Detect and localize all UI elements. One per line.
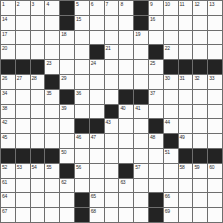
black-square	[149, 45, 163, 59]
black-square	[208, 149, 222, 163]
white-cell[interactable]: 20	[1, 45, 15, 59]
white-cell[interactable]	[149, 105, 163, 119]
clue-number: 37	[150, 90, 155, 96]
white-cell[interactable]: 12	[193, 1, 207, 15]
white-cell[interactable]	[134, 149, 148, 163]
clue-number: 22	[165, 45, 170, 51]
white-cell[interactable]	[208, 31, 222, 45]
black-square	[90, 45, 104, 59]
crossword-board: 1234567891011121314151617181920212223242…	[0, 0, 223, 223]
black-square	[134, 90, 148, 104]
white-cell[interactable]	[119, 193, 133, 207]
clue-number: 35	[46, 90, 51, 96]
white-cell[interactable]: 59	[193, 164, 207, 178]
white-cell[interactable]: 5	[75, 1, 89, 15]
clue-number: 5	[76, 1, 78, 7]
white-cell[interactable]: 19	[134, 31, 148, 45]
clue-number: 30	[165, 75, 170, 81]
white-cell[interactable]: 54	[31, 164, 45, 178]
white-cell[interactable]	[119, 149, 133, 163]
white-cell[interactable]	[90, 105, 104, 119]
white-cell[interactable]	[134, 75, 148, 89]
white-cell[interactable]	[90, 90, 104, 104]
white-cell[interactable]	[119, 208, 133, 222]
clue-number: 4	[46, 1, 48, 7]
white-cell[interactable]: 2	[16, 1, 30, 15]
white-cell[interactable]	[149, 179, 163, 193]
white-cell[interactable]	[31, 179, 45, 193]
white-cell[interactable]	[105, 16, 119, 30]
white-cell[interactable]	[45, 105, 59, 119]
black-square	[164, 134, 178, 148]
white-cell[interactable]	[119, 134, 133, 148]
clue-number: 3	[32, 1, 34, 7]
white-cell[interactable]	[193, 105, 207, 119]
black-square	[31, 149, 45, 163]
clue-number: 7	[106, 1, 108, 7]
black-square	[208, 60, 222, 74]
white-cell[interactable]	[31, 45, 45, 59]
clue-number: 67	[2, 208, 7, 214]
black-square	[60, 164, 74, 178]
white-cell[interactable]	[16, 208, 30, 222]
clue-number: 19	[135, 31, 140, 37]
clue-number: 60	[209, 164, 214, 170]
clue-number: 54	[32, 164, 37, 170]
white-cell[interactable]	[75, 75, 89, 89]
white-cell[interactable]	[193, 16, 207, 30]
clue-number: 24	[91, 60, 96, 66]
white-cell[interactable]	[208, 134, 222, 148]
white-cell[interactable]	[208, 90, 222, 104]
white-cell[interactable]	[149, 75, 163, 89]
white-cell[interactable]: 3	[31, 1, 45, 15]
black-square	[134, 1, 148, 15]
clue-number: 17	[2, 31, 7, 37]
clue-number: 12	[194, 1, 199, 7]
white-cell[interactable]	[149, 149, 163, 163]
white-cell[interactable]: 26	[1, 75, 15, 89]
white-cell[interactable]	[45, 119, 59, 133]
black-square	[75, 119, 89, 133]
white-cell[interactable]	[208, 16, 222, 30]
white-cell[interactable]	[90, 75, 104, 89]
black-square	[16, 149, 30, 163]
white-cell[interactable]	[208, 193, 222, 207]
white-cell[interactable]	[16, 31, 30, 45]
clue-number: 56	[76, 164, 81, 170]
clue-number: 59	[194, 164, 199, 170]
white-cell[interactable]	[31, 31, 45, 45]
clue-number: 20	[2, 45, 7, 51]
clue-number: 51	[165, 149, 170, 155]
clue-number: 69	[165, 208, 170, 214]
white-cell[interactable]: 45	[1, 134, 15, 148]
white-cell[interactable]: 23	[45, 60, 59, 74]
clue-number: 52	[2, 164, 7, 170]
white-cell[interactable]	[60, 45, 74, 59]
white-cell[interactable]: 65	[90, 193, 104, 207]
white-cell[interactable]: 57	[134, 164, 148, 178]
white-cell[interactable]	[164, 105, 178, 119]
white-cell[interactable]	[119, 60, 133, 74]
white-cell[interactable]	[45, 193, 59, 207]
white-cell[interactable]: 21	[105, 45, 119, 59]
white-cell[interactable]	[31, 193, 45, 207]
white-cell[interactable]	[16, 105, 30, 119]
white-cell[interactable]	[208, 119, 222, 133]
white-cell[interactable]	[179, 208, 193, 222]
white-cell[interactable]	[193, 45, 207, 59]
white-cell[interactable]: 18	[60, 31, 74, 45]
clue-number: 11	[180, 1, 185, 7]
white-cell[interactable]	[45, 134, 59, 148]
white-cell[interactable]: 22	[164, 45, 178, 59]
white-cell[interactable]: 11	[179, 1, 193, 15]
white-cell[interactable]: 46	[75, 134, 89, 148]
clue-number: 16	[150, 16, 155, 22]
white-cell[interactable]	[208, 105, 222, 119]
black-square	[134, 16, 148, 30]
clue-number: 50	[61, 149, 66, 155]
black-square	[105, 105, 119, 119]
white-cell[interactable]: 66	[164, 193, 178, 207]
clue-number: 53	[17, 164, 22, 170]
clue-number: 61	[2, 179, 7, 185]
white-cell[interactable]: 16	[149, 16, 163, 30]
white-cell[interactable]: 14	[1, 16, 15, 30]
clue-number: 14	[2, 16, 7, 22]
white-cell[interactable]	[60, 134, 74, 148]
black-square	[119, 164, 133, 178]
black-square	[193, 149, 207, 163]
white-cell[interactable]: 38	[1, 105, 15, 119]
white-cell[interactable]	[105, 90, 119, 104]
clue-number: 28	[32, 75, 37, 81]
white-cell[interactable]	[60, 119, 74, 133]
white-cell[interactable]: 61	[1, 179, 15, 193]
clue-number: 58	[180, 164, 185, 170]
white-cell[interactable]	[90, 31, 104, 45]
white-cell[interactable]	[31, 105, 45, 119]
black-square	[45, 149, 59, 163]
white-cell[interactable]	[193, 193, 207, 207]
white-cell[interactable]: 17	[1, 31, 15, 45]
clue-number: 26	[2, 75, 7, 81]
white-cell[interactable]	[75, 105, 89, 119]
white-cell[interactable]	[31, 119, 45, 133]
white-cell[interactable]	[60, 193, 74, 207]
white-cell[interactable]	[105, 208, 119, 222]
clue-number: 47	[91, 134, 96, 140]
white-cell[interactable]	[16, 134, 30, 148]
black-square	[1, 60, 15, 74]
white-cell[interactable]	[31, 16, 45, 30]
black-square	[149, 193, 163, 207]
white-cell[interactable]	[105, 149, 119, 163]
white-cell[interactable]: 40	[119, 105, 133, 119]
white-cell[interactable]: 62	[60, 179, 74, 193]
white-cell[interactable]	[60, 208, 74, 222]
white-cell[interactable]: 7	[105, 1, 119, 15]
white-cell[interactable]	[119, 119, 133, 133]
white-cell[interactable]	[119, 45, 133, 59]
clue-number: 8	[120, 1, 122, 7]
white-cell[interactable]	[179, 105, 193, 119]
white-cell[interactable]	[193, 208, 207, 222]
clue-number: 66	[165, 193, 170, 199]
white-cell[interactable]	[45, 45, 59, 59]
white-cell[interactable]	[90, 179, 104, 193]
crossword-puzzle: 1234567891011121314151617181920212223242…	[0, 0, 223, 223]
white-cell[interactable]: 41	[134, 105, 148, 119]
clue-number: 44	[165, 119, 170, 125]
white-cell[interactable]: 10	[164, 1, 178, 15]
white-cell[interactable]: 27	[16, 75, 30, 89]
white-cell[interactable]	[134, 193, 148, 207]
white-cell[interactable]: 31	[179, 75, 193, 89]
white-cell[interactable]: 50	[60, 149, 74, 163]
clue-number: 40	[120, 105, 125, 111]
clue-number: 65	[91, 193, 96, 199]
clue-number: 46	[76, 134, 81, 140]
white-cell[interactable]: 49	[179, 134, 193, 148]
clue-number: 45	[2, 134, 7, 140]
black-square	[45, 75, 59, 89]
white-cell[interactable]	[16, 45, 30, 59]
white-cell[interactable]: 69	[164, 208, 178, 222]
white-cell[interactable]: 1	[1, 1, 15, 15]
white-cell[interactable]: 58	[179, 164, 193, 178]
clue-number: 43	[106, 119, 111, 125]
white-cell[interactable]	[179, 16, 193, 30]
white-cell[interactable]	[119, 75, 133, 89]
white-cell[interactable]	[75, 149, 89, 163]
white-cell[interactable]	[105, 193, 119, 207]
white-cell[interactable]	[45, 208, 59, 222]
white-cell[interactable]	[119, 16, 133, 30]
white-cell[interactable]	[208, 179, 222, 193]
white-cell[interactable]	[179, 119, 193, 133]
white-cell[interactable]	[179, 179, 193, 193]
white-cell[interactable]	[208, 208, 222, 222]
white-cell[interactable]	[149, 164, 163, 178]
white-cell[interactable]: 8	[119, 1, 133, 15]
white-cell[interactable]	[75, 60, 89, 74]
white-cell[interactable]	[134, 208, 148, 222]
black-square	[164, 60, 178, 74]
white-cell[interactable]: 30	[164, 75, 178, 89]
white-cell[interactable]: 67	[1, 208, 15, 222]
white-cell[interactable]: 60	[208, 164, 222, 178]
white-cell[interactable]: 42	[1, 119, 15, 133]
black-square	[75, 193, 89, 207]
white-cell[interactable]: 53	[16, 164, 30, 178]
clue-number: 23	[46, 60, 51, 66]
white-cell[interactable]	[90, 16, 104, 30]
clue-number: 18	[61, 31, 66, 37]
black-square	[90, 119, 104, 133]
white-cell[interactable]: 64	[1, 193, 15, 207]
white-cell[interactable]	[164, 179, 178, 193]
clue-number: 34	[2, 90, 7, 96]
white-cell[interactable]	[16, 193, 30, 207]
white-cell[interactable]: 37	[149, 90, 163, 104]
white-cell[interactable]	[105, 179, 119, 193]
clue-number: 63	[120, 179, 125, 185]
clue-number: 25	[150, 60, 155, 66]
white-cell[interactable]: 63	[119, 179, 133, 193]
white-cell[interactable]: 25	[149, 60, 163, 74]
white-cell[interactable]: 28	[31, 75, 45, 89]
white-cell[interactable]	[16, 90, 30, 104]
white-cell[interactable]: 47	[90, 134, 104, 148]
white-cell[interactable]	[179, 90, 193, 104]
clue-number: 41	[135, 105, 140, 111]
white-cell[interactable]	[193, 179, 207, 193]
black-square	[60, 16, 74, 30]
clue-number: 1	[2, 1, 4, 7]
clue-number: 29	[61, 75, 66, 81]
white-cell[interactable]	[90, 164, 104, 178]
black-square	[1, 149, 15, 163]
white-cell[interactable]	[16, 16, 30, 30]
white-cell[interactable]	[134, 134, 148, 148]
white-cell[interactable]	[164, 164, 178, 178]
white-cell[interactable]	[208, 45, 222, 59]
white-cell[interactable]	[31, 134, 45, 148]
white-cell[interactable]	[16, 119, 30, 133]
white-cell[interactable]	[45, 16, 59, 30]
white-cell[interactable]	[193, 119, 207, 133]
white-cell[interactable]	[193, 90, 207, 104]
white-cell[interactable]: 52	[1, 164, 15, 178]
black-square	[119, 90, 133, 104]
white-cell[interactable]	[31, 208, 45, 222]
black-square	[60, 90, 74, 104]
white-cell[interactable]	[105, 164, 119, 178]
white-cell[interactable]	[105, 134, 119, 148]
white-cell[interactable]: 34	[1, 90, 15, 104]
white-cell[interactable]	[60, 60, 74, 74]
white-cell[interactable]: 39	[60, 105, 74, 119]
black-square	[149, 208, 163, 222]
black-square	[179, 60, 193, 74]
white-cell[interactable]: 44	[164, 119, 178, 133]
white-cell[interactable]	[105, 75, 119, 89]
white-cell[interactable]: 48	[149, 134, 163, 148]
black-square	[31, 60, 45, 74]
clue-number: 21	[106, 45, 111, 51]
white-cell[interactable]	[119, 31, 133, 45]
white-cell[interactable]	[45, 179, 59, 193]
white-cell[interactable]: 35	[45, 90, 59, 104]
clue-number: 9	[150, 1, 152, 7]
white-cell[interactable]	[164, 16, 178, 30]
black-square	[193, 60, 207, 74]
white-cell[interactable]: 55	[45, 164, 59, 178]
white-cell[interactable]	[134, 45, 148, 59]
white-cell[interactable]: 51	[164, 149, 178, 163]
white-cell[interactable]	[75, 179, 89, 193]
black-square	[149, 119, 163, 133]
white-cell[interactable]	[164, 90, 178, 104]
clue-number: 13	[209, 1, 214, 7]
white-cell[interactable]: 9	[149, 1, 163, 15]
clue-number: 33	[209, 75, 214, 81]
white-cell[interactable]	[164, 31, 178, 45]
white-cell[interactable]	[179, 31, 193, 45]
clue-number: 15	[76, 16, 81, 22]
clue-number: 39	[61, 105, 66, 111]
black-square	[75, 208, 89, 222]
white-cell[interactable]: 56	[75, 164, 89, 178]
white-cell[interactable]: 29	[60, 75, 74, 89]
white-cell[interactable]: 36	[75, 90, 89, 104]
white-cell[interactable]: 32	[193, 75, 207, 89]
clue-number: 38	[2, 105, 7, 111]
clue-number: 6	[91, 1, 93, 7]
clue-number: 36	[76, 90, 81, 96]
white-cell[interactable]: 13	[208, 1, 222, 15]
white-cell[interactable]: 43	[105, 119, 119, 133]
white-cell[interactable]	[45, 31, 59, 45]
white-cell[interactable]	[193, 31, 207, 45]
clue-number: 48	[150, 134, 155, 140]
white-cell[interactable]	[75, 31, 89, 45]
black-square	[60, 1, 74, 15]
white-cell[interactable]	[179, 193, 193, 207]
clue-number: 55	[46, 164, 51, 170]
white-cell[interactable]	[105, 31, 119, 45]
white-cell[interactable]: 68	[90, 208, 104, 222]
white-cell[interactable]	[149, 31, 163, 45]
white-cell[interactable]: 24	[90, 60, 104, 74]
clue-number: 49	[180, 134, 185, 140]
white-cell[interactable]: 4	[45, 1, 59, 15]
clue-number: 62	[61, 179, 66, 185]
clue-number: 31	[180, 75, 185, 81]
white-cell[interactable]	[134, 179, 148, 193]
white-cell[interactable]	[134, 60, 148, 74]
white-cell[interactable]	[31, 90, 45, 104]
white-cell[interactable]	[90, 149, 104, 163]
clue-number: 32	[194, 75, 199, 81]
white-cell[interactable]	[134, 119, 148, 133]
black-square	[179, 149, 193, 163]
white-cell[interactable]: 6	[90, 1, 104, 15]
white-cell[interactable]: 33	[208, 75, 222, 89]
black-square	[16, 60, 30, 74]
clue-number: 27	[17, 75, 22, 81]
white-cell[interactable]: 15	[75, 16, 89, 30]
clue-number: 57	[135, 164, 140, 170]
clue-number: 42	[2, 119, 7, 125]
clue-number: 68	[91, 208, 96, 214]
clue-number: 64	[2, 193, 7, 199]
white-cell[interactable]	[105, 60, 119, 74]
clue-number: 2	[17, 1, 19, 7]
white-cell[interactable]	[193, 134, 207, 148]
clue-number: 10	[165, 1, 170, 7]
white-cell[interactable]	[75, 45, 89, 59]
white-cell[interactable]	[179, 45, 193, 59]
white-cell[interactable]	[16, 179, 30, 193]
